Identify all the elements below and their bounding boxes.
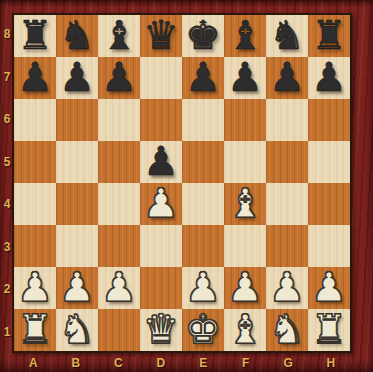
piece-white-pawn[interactable]: ♟ (17, 267, 53, 307)
rank-label-8: 8 (0, 13, 12, 56)
square-d7[interactable] (140, 57, 182, 99)
square-b2[interactable]: ♟ (56, 267, 98, 309)
square-h6[interactable] (308, 99, 350, 141)
square-e1[interactable]: ♚ (182, 309, 224, 351)
square-d5[interactable]: ♟ (140, 141, 182, 183)
piece-black-rook[interactable]: ♜ (311, 15, 347, 55)
square-e6[interactable] (182, 99, 224, 141)
piece-white-pawn[interactable]: ♟ (101, 267, 137, 307)
square-a3[interactable] (14, 225, 56, 267)
piece-black-bishop[interactable]: ♝ (227, 15, 263, 55)
square-g8[interactable]: ♞ (266, 15, 308, 57)
file-label-h: H (310, 353, 353, 372)
square-f6[interactable] (224, 99, 266, 141)
square-h5[interactable] (308, 141, 350, 183)
piece-white-knight[interactable]: ♞ (269, 309, 305, 349)
square-d2[interactable] (140, 267, 182, 309)
piece-white-bishop[interactable]: ♝ (227, 309, 263, 349)
file-label-g: G (267, 353, 310, 372)
square-b5[interactable] (56, 141, 98, 183)
piece-white-pawn[interactable]: ♟ (311, 267, 347, 307)
square-f3[interactable] (224, 225, 266, 267)
file-label-e: E (182, 353, 225, 372)
piece-black-pawn[interactable]: ♟ (227, 57, 263, 97)
piece-white-pawn[interactable]: ♟ (185, 267, 221, 307)
square-c1[interactable] (98, 309, 140, 351)
square-b6[interactable] (56, 99, 98, 141)
piece-black-pawn[interactable]: ♟ (185, 57, 221, 97)
square-f2[interactable]: ♟ (224, 267, 266, 309)
square-a8[interactable]: ♜ (14, 15, 56, 57)
rank-label-1: 1 (0, 311, 12, 354)
square-g5[interactable] (266, 141, 308, 183)
file-label-c: C (97, 353, 140, 372)
square-h3[interactable] (308, 225, 350, 267)
piece-white-pawn[interactable]: ♟ (143, 183, 179, 223)
piece-white-pawn[interactable]: ♟ (227, 267, 263, 307)
piece-black-pawn[interactable]: ♟ (59, 57, 95, 97)
piece-black-pawn[interactable]: ♟ (17, 57, 53, 97)
square-g6[interactable] (266, 99, 308, 141)
file-label-f: F (225, 353, 268, 372)
square-e4[interactable] (182, 183, 224, 225)
file-label-a: A (12, 353, 55, 372)
square-d4[interactable]: ♟ (140, 183, 182, 225)
file-label-d: D (140, 353, 183, 372)
square-e2[interactable]: ♟ (182, 267, 224, 309)
square-a7[interactable]: ♟ (14, 57, 56, 99)
square-b1[interactable]: ♞ (56, 309, 98, 351)
piece-white-rook[interactable]: ♜ (311, 309, 347, 349)
square-h8[interactable]: ♜ (308, 15, 350, 57)
square-c3[interactable] (98, 225, 140, 267)
square-f8[interactable]: ♝ (224, 15, 266, 57)
square-e8[interactable]: ♚ (182, 15, 224, 57)
square-g2[interactable]: ♟ (266, 267, 308, 309)
square-e7[interactable]: ♟ (182, 57, 224, 99)
square-f5[interactable] (224, 141, 266, 183)
square-c2[interactable]: ♟ (98, 267, 140, 309)
piece-black-pawn[interactable]: ♟ (311, 57, 347, 97)
square-a2[interactable]: ♟ (14, 267, 56, 309)
square-b8[interactable]: ♞ (56, 15, 98, 57)
square-h1[interactable]: ♜ (308, 309, 350, 351)
square-b3[interactable] (56, 225, 98, 267)
square-a4[interactable] (14, 183, 56, 225)
piece-black-king[interactable]: ♚ (185, 15, 221, 55)
piece-black-rook[interactable]: ♜ (17, 15, 53, 55)
square-c5[interactable] (98, 141, 140, 183)
square-a1[interactable]: ♜ (14, 309, 56, 351)
piece-white-queen[interactable]: ♛ (143, 309, 179, 349)
rank-label-5: 5 (0, 141, 12, 184)
rank-label-4: 4 (0, 183, 12, 226)
rank-label-3: 3 (0, 226, 12, 269)
rank-label-6: 6 (0, 98, 12, 141)
piece-white-king[interactable]: ♚ (185, 309, 221, 349)
square-d8[interactable]: ♛ (140, 15, 182, 57)
piece-white-knight[interactable]: ♞ (59, 309, 95, 349)
piece-black-knight[interactable]: ♞ (59, 15, 95, 55)
piece-black-bishop[interactable]: ♝ (101, 15, 137, 55)
square-g7[interactable]: ♟ (266, 57, 308, 99)
rank-labels: 87654321 (0, 13, 12, 353)
piece-black-queen[interactable]: ♛ (143, 15, 179, 55)
square-d1[interactable]: ♛ (140, 309, 182, 351)
piece-black-pawn[interactable]: ♟ (269, 57, 305, 97)
chess-board: ♜♞♝♛♚♝♞♜♟♟♟♟♟♟♟♟♟♝♟♟♟♟♟♟♟♜♞♛♚♝♞♜ (12, 13, 352, 353)
square-f4[interactable]: ♝ (224, 183, 266, 225)
square-b4[interactable] (56, 183, 98, 225)
piece-white-pawn[interactable]: ♟ (269, 267, 305, 307)
square-a5[interactable] (14, 141, 56, 183)
piece-white-bishop[interactable]: ♝ (227, 183, 263, 223)
square-e5[interactable] (182, 141, 224, 183)
square-f7[interactable]: ♟ (224, 57, 266, 99)
square-h4[interactable] (308, 183, 350, 225)
file-label-b: B (55, 353, 98, 372)
file-labels: ABCDEFGH (12, 353, 352, 372)
piece-black-knight[interactable]: ♞ (269, 15, 305, 55)
square-c7[interactable]: ♟ (98, 57, 140, 99)
square-h2[interactable]: ♟ (308, 267, 350, 309)
piece-black-pawn[interactable]: ♟ (143, 141, 179, 181)
square-f1[interactable]: ♝ (224, 309, 266, 351)
square-c4[interactable] (98, 183, 140, 225)
square-c8[interactable]: ♝ (98, 15, 140, 57)
square-g1[interactable]: ♞ (266, 309, 308, 351)
chess-board-frame: 87654321 ♜♞♝♛♚♝♞♜♟♟♟♟♟♟♟♟♟♝♟♟♟♟♟♟♟♜♞♛♚♝♞… (0, 0, 373, 372)
square-b7[interactable]: ♟ (56, 57, 98, 99)
square-h7[interactable]: ♟ (308, 57, 350, 99)
square-c6[interactable] (98, 99, 140, 141)
square-d6[interactable] (140, 99, 182, 141)
square-g4[interactable] (266, 183, 308, 225)
piece-black-pawn[interactable]: ♟ (101, 57, 137, 97)
square-d3[interactable] (140, 225, 182, 267)
rank-label-2: 2 (0, 268, 12, 311)
piece-white-pawn[interactable]: ♟ (59, 267, 95, 307)
square-g3[interactable] (266, 225, 308, 267)
rank-label-7: 7 (0, 56, 12, 99)
piece-white-rook[interactable]: ♜ (17, 309, 53, 349)
square-e3[interactable] (182, 225, 224, 267)
square-a6[interactable] (14, 99, 56, 141)
